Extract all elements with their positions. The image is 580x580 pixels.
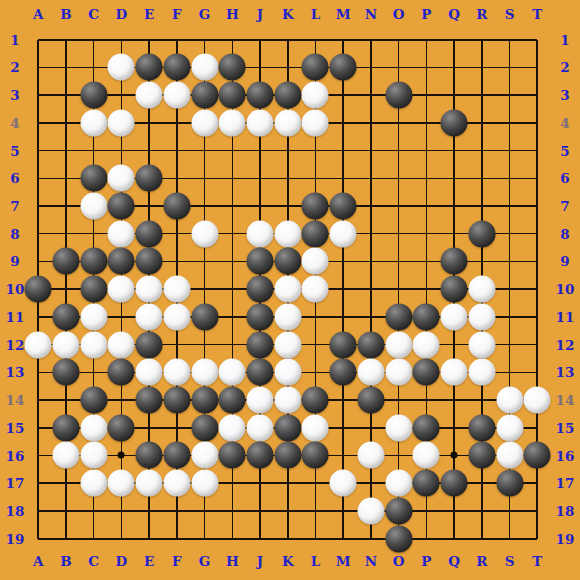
- intersection-F19[interactable]: [163, 525, 191, 553]
- intersection-R15[interactable]: [468, 414, 496, 442]
- intersection-N6[interactable]: [357, 164, 385, 192]
- intersection-N14[interactable]: [357, 386, 385, 414]
- intersection-Q12[interactable]: [440, 331, 468, 359]
- intersection-T10[interactable]: [523, 275, 551, 303]
- intersection-B9[interactable]: [52, 248, 80, 276]
- intersection-P15[interactable]: [413, 414, 441, 442]
- intersection-R10[interactable]: [468, 275, 496, 303]
- intersection-G12[interactable]: [191, 331, 219, 359]
- intersection-M13[interactable]: [329, 358, 357, 386]
- intersection-S9[interactable]: [496, 248, 524, 276]
- intersection-H15[interactable]: [218, 414, 246, 442]
- intersection-G9[interactable]: [191, 248, 219, 276]
- intersection-N9[interactable]: [357, 248, 385, 276]
- intersection-O18[interactable]: [385, 497, 413, 525]
- intersection-B13[interactable]: [52, 358, 80, 386]
- intersection-H16[interactable]: [218, 442, 246, 470]
- intersection-R9[interactable]: [468, 248, 496, 276]
- intersection-H10[interactable]: [218, 275, 246, 303]
- intersection-L16[interactable]: [302, 442, 330, 470]
- intersection-P5[interactable]: [413, 137, 441, 165]
- intersection-F7[interactable]: [163, 192, 191, 220]
- intersection-O19[interactable]: [385, 525, 413, 553]
- intersection-Q6[interactable]: [440, 164, 468, 192]
- intersection-L13[interactable]: [302, 358, 330, 386]
- intersection-B19[interactable]: [52, 525, 80, 553]
- intersection-S17[interactable]: [496, 469, 524, 497]
- intersection-K10[interactable]: [274, 275, 302, 303]
- intersection-B6[interactable]: [52, 164, 80, 192]
- intersection-S15[interactable]: [496, 414, 524, 442]
- intersection-H1[interactable]: [218, 26, 246, 54]
- intersection-T17[interactable]: [523, 469, 551, 497]
- intersection-E19[interactable]: [135, 525, 163, 553]
- intersection-C7[interactable]: [80, 192, 108, 220]
- intersection-E10[interactable]: [135, 275, 163, 303]
- intersection-K3[interactable]: [274, 81, 302, 109]
- intersection-J18[interactable]: [246, 497, 274, 525]
- intersection-P3[interactable]: [413, 81, 441, 109]
- intersection-N18[interactable]: [357, 497, 385, 525]
- intersection-N7[interactable]: [357, 192, 385, 220]
- intersection-J17[interactable]: [246, 469, 274, 497]
- intersection-L15[interactable]: [302, 414, 330, 442]
- intersection-H2[interactable]: [218, 54, 246, 82]
- intersection-J16[interactable]: [246, 442, 274, 470]
- intersection-G18[interactable]: [191, 497, 219, 525]
- intersection-M10[interactable]: [329, 275, 357, 303]
- intersection-R18[interactable]: [468, 497, 496, 525]
- intersection-O5[interactable]: [385, 137, 413, 165]
- intersection-D13[interactable]: [108, 358, 136, 386]
- intersection-O11[interactable]: [385, 303, 413, 331]
- intersection-B18[interactable]: [52, 497, 80, 525]
- intersection-O9[interactable]: [385, 248, 413, 276]
- intersection-J13[interactable]: [246, 358, 274, 386]
- intersection-P1[interactable]: [413, 26, 441, 54]
- intersection-O1[interactable]: [385, 26, 413, 54]
- intersection-K7[interactable]: [274, 192, 302, 220]
- intersection-T18[interactable]: [523, 497, 551, 525]
- intersection-T12[interactable]: [523, 331, 551, 359]
- intersection-T6[interactable]: [523, 164, 551, 192]
- intersection-L2[interactable]: [302, 54, 330, 82]
- intersection-C10[interactable]: [80, 275, 108, 303]
- intersection-E18[interactable]: [135, 497, 163, 525]
- intersection-N2[interactable]: [357, 54, 385, 82]
- intersection-P18[interactable]: [413, 497, 441, 525]
- intersection-O12[interactable]: [385, 331, 413, 359]
- intersection-P14[interactable]: [413, 386, 441, 414]
- intersection-R13[interactable]: [468, 358, 496, 386]
- intersection-G14[interactable]: [191, 386, 219, 414]
- intersection-H7[interactable]: [218, 192, 246, 220]
- intersection-H9[interactable]: [218, 248, 246, 276]
- intersection-S6[interactable]: [496, 164, 524, 192]
- intersection-J11[interactable]: [246, 303, 274, 331]
- intersection-F6[interactable]: [163, 164, 191, 192]
- intersection-N17[interactable]: [357, 469, 385, 497]
- intersection-N19[interactable]: [357, 525, 385, 553]
- intersection-Q2[interactable]: [440, 54, 468, 82]
- intersection-H3[interactable]: [218, 81, 246, 109]
- intersection-M2[interactable]: [329, 54, 357, 82]
- intersection-R2[interactable]: [468, 54, 496, 82]
- intersection-L19[interactable]: [302, 525, 330, 553]
- intersection-M14[interactable]: [329, 386, 357, 414]
- intersection-L8[interactable]: [302, 220, 330, 248]
- intersection-B10[interactable]: [52, 275, 80, 303]
- intersection-D2[interactable]: [108, 54, 136, 82]
- intersection-M18[interactable]: [329, 497, 357, 525]
- intersection-P7[interactable]: [413, 192, 441, 220]
- intersection-B8[interactable]: [52, 220, 80, 248]
- intersection-F17[interactable]: [163, 469, 191, 497]
- intersection-F12[interactable]: [163, 331, 191, 359]
- intersection-H14[interactable]: [218, 386, 246, 414]
- intersection-H12[interactable]: [218, 331, 246, 359]
- intersection-C4[interactable]: [80, 109, 108, 137]
- intersection-E14[interactable]: [135, 386, 163, 414]
- intersection-G11[interactable]: [191, 303, 219, 331]
- intersection-N13[interactable]: [357, 358, 385, 386]
- intersection-P9[interactable]: [413, 248, 441, 276]
- intersection-P4[interactable]: [413, 109, 441, 137]
- intersection-C16[interactable]: [80, 442, 108, 470]
- intersection-E3[interactable]: [135, 81, 163, 109]
- intersection-L9[interactable]: [302, 248, 330, 276]
- intersection-N8[interactable]: [357, 220, 385, 248]
- intersection-T1[interactable]: [523, 26, 551, 54]
- intersection-G1[interactable]: [191, 26, 219, 54]
- intersection-J12[interactable]: [246, 331, 274, 359]
- intersection-G16[interactable]: [191, 442, 219, 470]
- intersection-Q16[interactable]: [440, 442, 468, 470]
- intersection-H5[interactable]: [218, 137, 246, 165]
- intersection-D11[interactable]: [108, 303, 136, 331]
- intersection-F3[interactable]: [163, 81, 191, 109]
- intersection-Q18[interactable]: [440, 497, 468, 525]
- intersection-D19[interactable]: [108, 525, 136, 553]
- intersection-E9[interactable]: [135, 248, 163, 276]
- intersection-Q15[interactable]: [440, 414, 468, 442]
- intersection-B17[interactable]: [52, 469, 80, 497]
- intersection-K19[interactable]: [274, 525, 302, 553]
- intersection-R11[interactable]: [468, 303, 496, 331]
- intersection-E4[interactable]: [135, 109, 163, 137]
- intersection-C2[interactable]: [80, 54, 108, 82]
- intersection-J10[interactable]: [246, 275, 274, 303]
- intersection-O7[interactable]: [385, 192, 413, 220]
- intersection-D12[interactable]: [108, 331, 136, 359]
- intersection-E13[interactable]: [135, 358, 163, 386]
- intersection-B4[interactable]: [52, 109, 80, 137]
- intersection-N12[interactable]: [357, 331, 385, 359]
- intersection-K16[interactable]: [274, 442, 302, 470]
- intersection-T11[interactable]: [523, 303, 551, 331]
- intersection-T15[interactable]: [523, 414, 551, 442]
- intersection-B15[interactable]: [52, 414, 80, 442]
- intersection-F14[interactable]: [163, 386, 191, 414]
- intersection-P17[interactable]: [413, 469, 441, 497]
- intersection-M4[interactable]: [329, 109, 357, 137]
- intersection-O4[interactable]: [385, 109, 413, 137]
- intersection-O3[interactable]: [385, 81, 413, 109]
- intersection-F13[interactable]: [163, 358, 191, 386]
- intersection-C13[interactable]: [80, 358, 108, 386]
- intersection-B14[interactable]: [52, 386, 80, 414]
- intersection-G17[interactable]: [191, 469, 219, 497]
- intersection-R3[interactable]: [468, 81, 496, 109]
- intersection-R14[interactable]: [468, 386, 496, 414]
- intersection-L1[interactable]: [302, 26, 330, 54]
- intersection-M5[interactable]: [329, 137, 357, 165]
- intersection-G15[interactable]: [191, 414, 219, 442]
- intersection-M6[interactable]: [329, 164, 357, 192]
- intersection-K2[interactable]: [274, 54, 302, 82]
- intersection-S18[interactable]: [496, 497, 524, 525]
- intersection-Q13[interactable]: [440, 358, 468, 386]
- intersection-Q5[interactable]: [440, 137, 468, 165]
- intersection-H18[interactable]: [218, 497, 246, 525]
- intersection-D5[interactable]: [108, 137, 136, 165]
- intersection-C15[interactable]: [80, 414, 108, 442]
- intersection-J14[interactable]: [246, 386, 274, 414]
- intersection-M3[interactable]: [329, 81, 357, 109]
- intersection-K6[interactable]: [274, 164, 302, 192]
- intersection-R17[interactable]: [468, 469, 496, 497]
- intersection-D6[interactable]: [108, 164, 136, 192]
- intersection-L3[interactable]: [302, 81, 330, 109]
- intersection-G7[interactable]: [191, 192, 219, 220]
- intersection-T13[interactable]: [523, 358, 551, 386]
- intersection-B1[interactable]: [52, 26, 80, 54]
- intersection-T2[interactable]: [523, 54, 551, 82]
- intersection-T5[interactable]: [523, 137, 551, 165]
- intersection-J19[interactable]: [246, 525, 274, 553]
- intersection-C3[interactable]: [80, 81, 108, 109]
- intersection-S19[interactable]: [496, 525, 524, 553]
- intersection-F16[interactable]: [163, 442, 191, 470]
- intersection-J4[interactable]: [246, 109, 274, 137]
- intersection-T16[interactable]: [523, 442, 551, 470]
- intersection-K12[interactable]: [274, 331, 302, 359]
- intersection-R1[interactable]: [468, 26, 496, 54]
- intersection-S12[interactable]: [496, 331, 524, 359]
- intersection-E6[interactable]: [135, 164, 163, 192]
- intersection-L12[interactable]: [302, 331, 330, 359]
- intersection-M19[interactable]: [329, 525, 357, 553]
- intersection-B11[interactable]: [52, 303, 80, 331]
- intersection-P2[interactable]: [413, 54, 441, 82]
- intersection-O2[interactable]: [385, 54, 413, 82]
- intersection-R7[interactable]: [468, 192, 496, 220]
- intersection-E7[interactable]: [135, 192, 163, 220]
- intersection-P8[interactable]: [413, 220, 441, 248]
- intersection-S3[interactable]: [496, 81, 524, 109]
- intersection-T9[interactable]: [523, 248, 551, 276]
- intersection-Q14[interactable]: [440, 386, 468, 414]
- intersection-J2[interactable]: [246, 54, 274, 82]
- intersection-N4[interactable]: [357, 109, 385, 137]
- intersection-R19[interactable]: [468, 525, 496, 553]
- intersection-F2[interactable]: [163, 54, 191, 82]
- intersection-H17[interactable]: [218, 469, 246, 497]
- intersection-Q1[interactable]: [440, 26, 468, 54]
- intersection-O13[interactable]: [385, 358, 413, 386]
- intersection-T14[interactable]: [523, 386, 551, 414]
- intersection-G2[interactable]: [191, 54, 219, 82]
- intersection-L7[interactable]: [302, 192, 330, 220]
- intersection-O15[interactable]: [385, 414, 413, 442]
- intersection-C9[interactable]: [80, 248, 108, 276]
- intersection-K13[interactable]: [274, 358, 302, 386]
- intersection-F1[interactable]: [163, 26, 191, 54]
- intersection-N16[interactable]: [357, 442, 385, 470]
- intersection-H11[interactable]: [218, 303, 246, 331]
- intersection-M17[interactable]: [329, 469, 357, 497]
- intersection-S4[interactable]: [496, 109, 524, 137]
- intersection-D16[interactable]: [108, 442, 136, 470]
- intersection-L5[interactable]: [302, 137, 330, 165]
- intersection-F8[interactable]: [163, 220, 191, 248]
- intersection-P6[interactable]: [413, 164, 441, 192]
- intersection-P13[interactable]: [413, 358, 441, 386]
- intersection-Q3[interactable]: [440, 81, 468, 109]
- intersection-F5[interactable]: [163, 137, 191, 165]
- intersection-Q7[interactable]: [440, 192, 468, 220]
- intersection-L10[interactable]: [302, 275, 330, 303]
- intersection-C19[interactable]: [80, 525, 108, 553]
- intersection-C1[interactable]: [80, 26, 108, 54]
- intersection-F18[interactable]: [163, 497, 191, 525]
- intersection-B5[interactable]: [52, 137, 80, 165]
- intersection-D7[interactable]: [108, 192, 136, 220]
- intersection-R5[interactable]: [468, 137, 496, 165]
- intersection-O6[interactable]: [385, 164, 413, 192]
- intersection-J6[interactable]: [246, 164, 274, 192]
- intersection-G13[interactable]: [191, 358, 219, 386]
- intersection-L6[interactable]: [302, 164, 330, 192]
- intersection-Q17[interactable]: [440, 469, 468, 497]
- intersection-N1[interactable]: [357, 26, 385, 54]
- intersection-J8[interactable]: [246, 220, 274, 248]
- intersection-D3[interactable]: [108, 81, 136, 109]
- intersection-O16[interactable]: [385, 442, 413, 470]
- intersection-L17[interactable]: [302, 469, 330, 497]
- intersection-L11[interactable]: [302, 303, 330, 331]
- intersection-S7[interactable]: [496, 192, 524, 220]
- intersection-T8[interactable]: [523, 220, 551, 248]
- intersection-J9[interactable]: [246, 248, 274, 276]
- intersection-E16[interactable]: [135, 442, 163, 470]
- intersection-T4[interactable]: [523, 109, 551, 137]
- intersection-M8[interactable]: [329, 220, 357, 248]
- intersection-S16[interactable]: [496, 442, 524, 470]
- intersection-D17[interactable]: [108, 469, 136, 497]
- intersection-F10[interactable]: [163, 275, 191, 303]
- intersection-F15[interactable]: [163, 414, 191, 442]
- intersection-S14[interactable]: [496, 386, 524, 414]
- intersection-P19[interactable]: [413, 525, 441, 553]
- intersection-M1[interactable]: [329, 26, 357, 54]
- intersection-R16[interactable]: [468, 442, 496, 470]
- intersection-S1[interactable]: [496, 26, 524, 54]
- intersection-T19[interactable]: [523, 525, 551, 553]
- intersection-K8[interactable]: [274, 220, 302, 248]
- intersection-J15[interactable]: [246, 414, 274, 442]
- intersection-N15[interactable]: [357, 414, 385, 442]
- intersection-S8[interactable]: [496, 220, 524, 248]
- intersection-N11[interactable]: [357, 303, 385, 331]
- intersection-Q8[interactable]: [440, 220, 468, 248]
- intersection-C12[interactable]: [80, 331, 108, 359]
- intersection-Q11[interactable]: [440, 303, 468, 331]
- intersection-D18[interactable]: [108, 497, 136, 525]
- intersection-D10[interactable]: [108, 275, 136, 303]
- intersection-F11[interactable]: [163, 303, 191, 331]
- intersection-K4[interactable]: [274, 109, 302, 137]
- intersection-E12[interactable]: [135, 331, 163, 359]
- intersection-K1[interactable]: [274, 26, 302, 54]
- intersection-T7[interactable]: [523, 192, 551, 220]
- intersection-P12[interactable]: [413, 331, 441, 359]
- intersection-R4[interactable]: [468, 109, 496, 137]
- intersection-E5[interactable]: [135, 137, 163, 165]
- intersection-C6[interactable]: [80, 164, 108, 192]
- intersection-B16[interactable]: [52, 442, 80, 470]
- intersection-Q19[interactable]: [440, 525, 468, 553]
- intersection-J1[interactable]: [246, 26, 274, 54]
- intersection-B12[interactable]: [52, 331, 80, 359]
- intersection-G8[interactable]: [191, 220, 219, 248]
- intersection-H19[interactable]: [218, 525, 246, 553]
- intersection-Q4[interactable]: [440, 109, 468, 137]
- intersection-J7[interactable]: [246, 192, 274, 220]
- intersection-G4[interactable]: [191, 109, 219, 137]
- intersection-S2[interactable]: [496, 54, 524, 82]
- intersection-D8[interactable]: [108, 220, 136, 248]
- intersection-R6[interactable]: [468, 164, 496, 192]
- intersection-B7[interactable]: [52, 192, 80, 220]
- intersection-P16[interactable]: [413, 442, 441, 470]
- intersection-K14[interactable]: [274, 386, 302, 414]
- intersection-Q9[interactable]: [440, 248, 468, 276]
- intersection-O14[interactable]: [385, 386, 413, 414]
- intersection-J5[interactable]: [246, 137, 274, 165]
- intersection-R12[interactable]: [468, 331, 496, 359]
- intersection-N3[interactable]: [357, 81, 385, 109]
- intersection-E11[interactable]: [135, 303, 163, 331]
- intersection-C8[interactable]: [80, 220, 108, 248]
- intersection-C14[interactable]: [80, 386, 108, 414]
- intersection-J3[interactable]: [246, 81, 274, 109]
- intersection-O8[interactable]: [385, 220, 413, 248]
- intersection-H6[interactable]: [218, 164, 246, 192]
- intersection-C17[interactable]: [80, 469, 108, 497]
- intersection-B3[interactable]: [52, 81, 80, 109]
- intersection-A10[interactable]: [24, 275, 52, 303]
- intersection-L4[interactable]: [302, 109, 330, 137]
- intersection-S5[interactable]: [496, 137, 524, 165]
- intersection-H8[interactable]: [218, 220, 246, 248]
- intersection-E1[interactable]: [135, 26, 163, 54]
- intersection-H13[interactable]: [218, 358, 246, 386]
- intersection-G5[interactable]: [191, 137, 219, 165]
- intersection-M11[interactable]: [329, 303, 357, 331]
- intersection-G3[interactable]: [191, 81, 219, 109]
- intersection-M15[interactable]: [329, 414, 357, 442]
